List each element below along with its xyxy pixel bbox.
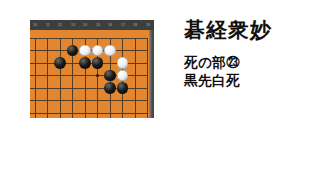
black-stone bbox=[54, 57, 66, 69]
grid-line-v bbox=[85, 69, 86, 82]
star-point bbox=[96, 74, 99, 77]
grid-line-v bbox=[97, 94, 98, 107]
board-point[interactable] bbox=[116, 44, 129, 57]
grid-line-v bbox=[60, 82, 61, 95]
black-stone bbox=[104, 82, 116, 94]
grid-line-v bbox=[35, 94, 36, 107]
grid-line-v bbox=[147, 107, 148, 118]
board-point[interactable] bbox=[79, 107, 92, 118]
grid-line-h bbox=[30, 75, 41, 76]
grid-line-v bbox=[85, 107, 86, 118]
grid-line-v bbox=[122, 44, 123, 57]
board-point[interactable] bbox=[66, 94, 79, 107]
column-label: 17 bbox=[120, 23, 124, 27]
white-stone bbox=[92, 45, 104, 57]
board-right-border bbox=[149, 30, 154, 118]
board-point[interactable] bbox=[79, 32, 92, 45]
board-point[interactable] bbox=[30, 69, 41, 82]
board-point[interactable] bbox=[30, 57, 41, 70]
board-point[interactable] bbox=[91, 32, 104, 45]
grid-line-v bbox=[110, 94, 111, 107]
go-board bbox=[30, 30, 149, 118]
info-panel: 碁経衆妙 死の部㉓ 黒先白死 bbox=[184, 18, 272, 88]
grid-line-v bbox=[135, 57, 136, 70]
board-point[interactable] bbox=[91, 44, 104, 57]
board-point[interactable] bbox=[116, 94, 129, 107]
board-point[interactable] bbox=[104, 69, 117, 82]
grid-line-v bbox=[35, 44, 36, 57]
board-point[interactable] bbox=[30, 82, 41, 95]
board-point[interactable] bbox=[79, 69, 92, 82]
board-point[interactable] bbox=[54, 44, 67, 57]
grid-line-v bbox=[47, 82, 48, 95]
black-stone bbox=[79, 57, 91, 69]
grid-line-v bbox=[135, 69, 136, 82]
column-coordinates: 10111213141516171819 bbox=[30, 20, 154, 30]
board-point[interactable] bbox=[54, 94, 67, 107]
grid-line-v bbox=[60, 69, 61, 82]
board-point[interactable] bbox=[91, 107, 104, 118]
grid-line-v bbox=[47, 44, 48, 57]
column-label: 18 bbox=[133, 23, 137, 27]
board-point[interactable] bbox=[91, 94, 104, 107]
column-label: 13 bbox=[70, 23, 74, 27]
column-label: 11 bbox=[46, 23, 50, 27]
board-point[interactable] bbox=[41, 82, 54, 95]
grid-line-v bbox=[72, 107, 73, 118]
grid-line-v bbox=[47, 107, 48, 118]
grid-line-v bbox=[97, 107, 98, 118]
thumbnail-page: 10111213141516171819 碁経衆妙 死の部㉓ 黒先白死 bbox=[0, 0, 320, 180]
board-point[interactable] bbox=[104, 107, 117, 118]
board-point[interactable] bbox=[54, 57, 67, 70]
board-point[interactable] bbox=[116, 32, 129, 45]
grid-line-h bbox=[30, 50, 41, 51]
grid-line-h bbox=[30, 38, 41, 39]
board-point[interactable] bbox=[141, 107, 148, 118]
board-point[interactable] bbox=[41, 44, 54, 57]
board-point[interactable] bbox=[104, 44, 117, 57]
board-point[interactable] bbox=[104, 82, 117, 95]
black-stone bbox=[104, 70, 116, 82]
grid-line-h bbox=[30, 63, 41, 64]
board-point[interactable] bbox=[116, 69, 129, 82]
board-point[interactable] bbox=[141, 32, 148, 45]
grid-line-v bbox=[72, 69, 73, 82]
board-point[interactable] bbox=[91, 69, 104, 82]
column-label: 19 bbox=[145, 23, 149, 27]
board-point[interactable] bbox=[129, 44, 142, 57]
board-point[interactable] bbox=[79, 57, 92, 70]
board-point[interactable] bbox=[141, 82, 148, 95]
white-stone bbox=[104, 45, 116, 57]
board-point[interactable] bbox=[54, 107, 67, 118]
board-point[interactable] bbox=[91, 82, 104, 95]
board-point[interactable] bbox=[41, 107, 54, 118]
board-point[interactable] bbox=[41, 69, 54, 82]
grid-line-h bbox=[30, 113, 41, 114]
problem-section: 死の部㉓ bbox=[184, 55, 272, 70]
grid-line-v bbox=[135, 107, 136, 118]
board-point[interactable] bbox=[30, 44, 41, 57]
grid-line-v bbox=[147, 82, 148, 95]
board-point[interactable] bbox=[41, 94, 54, 107]
board-point[interactable] bbox=[66, 107, 79, 118]
problem-task: 黒先白死 bbox=[184, 73, 272, 88]
board-point[interactable] bbox=[141, 94, 148, 107]
board-point[interactable] bbox=[129, 107, 142, 118]
board-point[interactable] bbox=[141, 69, 148, 82]
white-stone bbox=[79, 45, 91, 57]
black-stone bbox=[92, 57, 104, 69]
grid-line-v bbox=[60, 94, 61, 107]
grid-line-v bbox=[72, 57, 73, 70]
board-point[interactable] bbox=[79, 94, 92, 107]
go-board-panel: 10111213141516171819 bbox=[30, 20, 154, 118]
board-point[interactable] bbox=[30, 94, 41, 107]
board-point[interactable] bbox=[104, 94, 117, 107]
white-stone bbox=[117, 70, 129, 82]
grid-line-v bbox=[147, 57, 148, 70]
board-point[interactable] bbox=[54, 32, 67, 45]
column-label: 15 bbox=[95, 23, 99, 27]
board-point[interactable] bbox=[41, 57, 54, 70]
board-point[interactable] bbox=[54, 82, 67, 95]
board-point[interactable] bbox=[141, 44, 148, 57]
board-point[interactable] bbox=[66, 57, 79, 70]
board-point[interactable] bbox=[66, 82, 79, 95]
column-label: 12 bbox=[58, 23, 62, 27]
board-point[interactable] bbox=[41, 32, 54, 45]
grid-line-v bbox=[147, 44, 148, 57]
board-grid bbox=[30, 32, 149, 118]
grid-line-v bbox=[135, 44, 136, 57]
board-point[interactable] bbox=[129, 69, 142, 82]
grid-line-v bbox=[110, 107, 111, 118]
grid-line-v bbox=[60, 107, 61, 118]
grid-line-v bbox=[35, 82, 36, 95]
board-point[interactable] bbox=[30, 107, 41, 118]
grid-line-v bbox=[35, 57, 36, 70]
grid-line-v bbox=[35, 69, 36, 82]
board-point[interactable] bbox=[129, 94, 142, 107]
grid-line-v bbox=[85, 94, 86, 107]
grid-line-v bbox=[35, 107, 36, 118]
board-point[interactable] bbox=[116, 82, 129, 95]
black-stone bbox=[67, 45, 79, 57]
board-point[interactable] bbox=[66, 44, 79, 57]
board-point[interactable] bbox=[104, 32, 117, 45]
grid-line-v bbox=[47, 57, 48, 70]
grid-line-v bbox=[110, 57, 111, 70]
grid-line-v bbox=[47, 69, 48, 82]
board-point[interactable] bbox=[79, 44, 92, 57]
column-label: 10 bbox=[33, 23, 37, 27]
grid-line-v bbox=[47, 94, 48, 107]
board-point[interactable] bbox=[66, 69, 79, 82]
grid-line-h bbox=[30, 88, 41, 89]
board-point[interactable] bbox=[129, 32, 142, 45]
board-point[interactable] bbox=[116, 57, 129, 70]
grid-line-v bbox=[72, 82, 73, 95]
column-label: 16 bbox=[108, 23, 112, 27]
column-label: 14 bbox=[83, 23, 87, 27]
grid-line-v bbox=[97, 82, 98, 95]
grid-line-v bbox=[147, 69, 148, 82]
grid-line-v bbox=[147, 94, 148, 107]
grid-line-v bbox=[60, 44, 61, 57]
board-point[interactable] bbox=[116, 107, 129, 118]
grid-line-v bbox=[85, 82, 86, 95]
board-point[interactable] bbox=[129, 57, 142, 70]
grid-line-v bbox=[135, 82, 136, 95]
board-point[interactable] bbox=[129, 82, 142, 95]
board-point[interactable] bbox=[79, 82, 92, 95]
grid-line-v bbox=[122, 94, 123, 107]
board-point[interactable] bbox=[66, 32, 79, 45]
board-point[interactable] bbox=[141, 57, 148, 70]
grid-line-v bbox=[122, 107, 123, 118]
grid-line-v bbox=[72, 94, 73, 107]
white-stone bbox=[117, 57, 129, 69]
board-point[interactable] bbox=[104, 57, 117, 70]
board-point[interactable] bbox=[91, 57, 104, 70]
board-point[interactable] bbox=[54, 69, 67, 82]
grid-line-h bbox=[30, 100, 41, 101]
grid-line-v bbox=[135, 94, 136, 107]
board-point[interactable] bbox=[30, 32, 41, 45]
page-title: 碁経衆妙 bbox=[184, 18, 272, 42]
black-stone bbox=[117, 82, 129, 94]
